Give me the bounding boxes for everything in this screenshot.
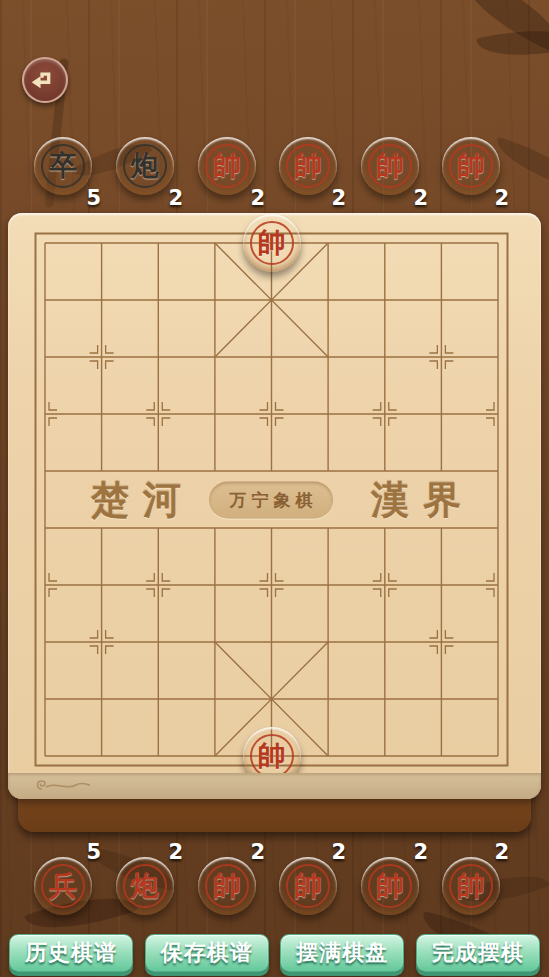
piece-character: 帥	[198, 857, 256, 915]
piece-character: 卒	[34, 137, 92, 195]
piece-red-soldier[interactable]: 兵	[34, 857, 92, 915]
tray-slot: 帥2	[198, 137, 256, 195]
piece-black-soldier[interactable]: 卒	[34, 137, 92, 195]
history-records-button[interactable]: 历史棋谱	[9, 934, 133, 972]
piece-count: 2	[413, 840, 428, 864]
piece-character: 帥	[279, 137, 337, 195]
piece-character: 帥	[361, 857, 419, 915]
piece-count: 2	[250, 840, 265, 864]
piece-character: 帥	[361, 137, 419, 195]
river-label-left: 楚河	[77, 475, 195, 526]
piece-count: 2	[494, 840, 509, 864]
piece-red-general[interactable]: 帥	[442, 857, 500, 915]
piece-count: 2	[168, 840, 183, 864]
finish-setup-button[interactable]: 完成摆棋	[416, 934, 540, 972]
toolbar: 历史棋谱保存棋谱摆满棋盘完成摆棋	[0, 934, 549, 972]
board[interactable]: 楚河 万宁象棋 漢界 帥帥	[8, 213, 541, 799]
piece-red-general[interactable]: 帥	[361, 137, 419, 195]
piece-red-general[interactable]: 帥	[198, 857, 256, 915]
piece-count: 2	[413, 186, 428, 210]
piece-character: 兵	[34, 857, 92, 915]
piece-red-cannon[interactable]: 炮	[116, 857, 174, 915]
back-button[interactable]	[22, 57, 68, 103]
piece-red-general[interactable]: 帥	[442, 137, 500, 195]
piece-character: 炮	[116, 857, 174, 915]
piece-red-general[interactable]: 帥	[361, 857, 419, 915]
return-arrow-icon	[28, 63, 62, 97]
piece-count: 2	[168, 186, 183, 210]
tray-slot: 帥2	[279, 137, 337, 195]
piece-count: 2	[494, 186, 509, 210]
save-record-button[interactable]: 保存棋谱	[145, 934, 269, 972]
piece-character: 帥	[442, 137, 500, 195]
piece-character: 炮	[116, 137, 174, 195]
tray-slot: 炮2	[116, 137, 174, 195]
tray-slot: 卒5	[34, 137, 92, 195]
tray-slot: 帥2	[198, 857, 256, 915]
piece-count: 2	[250, 186, 265, 210]
river-label-right: 漢界	[357, 475, 475, 526]
piece-count: 2	[331, 186, 346, 210]
piece-red-general[interactable]: 帥	[198, 137, 256, 195]
piece-red-general[interactable]: 帥	[279, 137, 337, 195]
tray-slot: 帥2	[442, 857, 500, 915]
board-front-edge	[8, 773, 541, 799]
tray-slot: 帥2	[361, 137, 419, 195]
tray-slot: 帥2	[442, 137, 500, 195]
piece-red-general[interactable]: 帥	[243, 214, 301, 272]
piece-character: 帥	[279, 857, 337, 915]
fill-board-button[interactable]: 摆满棋盘	[280, 934, 404, 972]
piece-character: 帥	[442, 857, 500, 915]
piece-character: 帥	[198, 137, 256, 195]
piece-black-cannon[interactable]: 炮	[116, 137, 174, 195]
tray-slot: 帥2	[279, 857, 337, 915]
piece-character: 帥	[243, 214, 301, 272]
piece-count: 5	[86, 186, 101, 210]
scroll-motif	[32, 776, 92, 794]
piece-red-general[interactable]: 帥	[279, 857, 337, 915]
piece-count: 2	[331, 840, 346, 864]
tray-slot: 兵5	[34, 857, 92, 915]
tray-slot: 帥2	[361, 857, 419, 915]
app-badge: 万宁象棋	[209, 482, 333, 519]
piece-count: 5	[86, 840, 101, 864]
tray-slot: 炮2	[116, 857, 174, 915]
